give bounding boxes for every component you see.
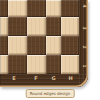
square-g3 bbox=[46, 17, 61, 36]
square-h3 bbox=[61, 17, 79, 36]
square-f4 bbox=[27, 0, 46, 17]
file-label-h: H bbox=[66, 75, 76, 82]
square-f1 bbox=[27, 55, 46, 74]
square-e4 bbox=[8, 0, 27, 17]
file-label-e: E bbox=[9, 75, 19, 82]
square-g1 bbox=[46, 55, 61, 74]
board-squares bbox=[0, 0, 79, 74]
square-f2 bbox=[27, 36, 46, 55]
square-h4 bbox=[61, 0, 79, 17]
rank-label-4: 4 bbox=[80, 2, 88, 10]
square-d1 bbox=[0, 55, 8, 74]
square-e2 bbox=[8, 36, 27, 55]
chess-board: E F G H 4 3 2 1 bbox=[0, 0, 88, 87]
file-label-g: G bbox=[49, 75, 59, 82]
rank-label-1: 1 bbox=[80, 62, 88, 70]
caption-tag: Round edges design bbox=[26, 89, 75, 98]
square-e1 bbox=[8, 55, 27, 74]
square-g4 bbox=[46, 0, 61, 17]
square-d2 bbox=[0, 36, 8, 55]
square-h1 bbox=[61, 55, 79, 74]
square-d3 bbox=[0, 17, 8, 36]
rank-label-3: 3 bbox=[80, 24, 88, 32]
rank-label-2: 2 bbox=[80, 43, 88, 51]
square-f3 bbox=[27, 17, 46, 36]
square-e3 bbox=[8, 17, 27, 36]
square-d4 bbox=[0, 0, 8, 17]
square-g2 bbox=[46, 36, 61, 55]
product-photo: E F G H 4 3 2 1 Round edges design bbox=[0, 0, 100, 100]
file-label-f: F bbox=[31, 75, 41, 82]
square-h2 bbox=[61, 36, 79, 55]
